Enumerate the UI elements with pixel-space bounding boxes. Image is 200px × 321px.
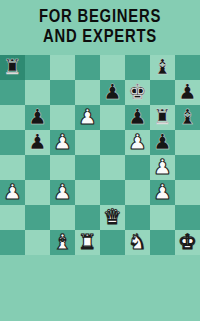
- piece-black-bishop: ♝: [178, 105, 197, 130]
- piece-white-pawn: ♟: [153, 155, 172, 180]
- square-b7[interactable]: [25, 80, 50, 105]
- square-f2[interactable]: [125, 205, 150, 230]
- piece-white-pawn: ♟: [153, 180, 172, 205]
- square-c5[interactable]: ♟: [50, 130, 75, 155]
- square-e6[interactable]: [100, 105, 125, 130]
- square-g4[interactable]: ♟: [150, 155, 175, 180]
- piece-white-pawn: ♟: [3, 180, 22, 205]
- piece-black-rook: ♜: [153, 105, 172, 130]
- piece-white-knight: ♞: [128, 230, 147, 255]
- piece-black-pawn: ♟: [28, 130, 47, 155]
- square-f4[interactable]: [125, 155, 150, 180]
- square-h1[interactable]: ♚: [175, 230, 200, 255]
- square-a1[interactable]: [0, 230, 25, 255]
- square-c6[interactable]: [50, 105, 75, 130]
- square-a5[interactable]: [0, 130, 25, 155]
- title-line-2: AND EXPERTS: [22, 26, 178, 46]
- piece-white-pawn: ♟: [53, 130, 72, 155]
- square-e4[interactable]: [100, 155, 125, 180]
- square-g3[interactable]: ♟: [150, 180, 175, 205]
- piece-white-king: ♚: [178, 230, 197, 255]
- square-h2[interactable]: [175, 205, 200, 230]
- square-e3[interactable]: [100, 180, 125, 205]
- square-b6[interactable]: ♟: [25, 105, 50, 130]
- square-c1[interactable]: ♝: [50, 230, 75, 255]
- piece-white-rook: ♜: [78, 230, 97, 255]
- square-h6[interactable]: ♝: [175, 105, 200, 130]
- square-d6[interactable]: ♟: [75, 105, 100, 130]
- square-f1[interactable]: ♞: [125, 230, 150, 255]
- piece-black-pawn: ♟: [153, 130, 172, 155]
- square-d2[interactable]: [75, 205, 100, 230]
- square-e5[interactable]: [100, 130, 125, 155]
- square-c8[interactable]: [50, 55, 75, 80]
- piece-black-rook: ♜: [3, 55, 22, 80]
- square-b5[interactable]: ♟: [25, 130, 50, 155]
- square-b8[interactable]: [25, 55, 50, 80]
- square-a2[interactable]: [0, 205, 25, 230]
- square-a6[interactable]: [0, 105, 25, 130]
- square-h4[interactable]: [175, 155, 200, 180]
- piece-black-pawn: ♟: [128, 105, 147, 130]
- piece-black-bishop: ♝: [153, 55, 172, 80]
- piece-black-king: ♚: [128, 80, 147, 105]
- piece-white-pawn: ♟: [128, 130, 147, 155]
- square-c7[interactable]: [50, 80, 75, 105]
- square-f6[interactable]: ♟: [125, 105, 150, 130]
- square-b3[interactable]: [25, 180, 50, 205]
- square-d8[interactable]: [75, 55, 100, 80]
- square-c4[interactable]: [50, 155, 75, 180]
- piece-white-queen: ♛: [103, 205, 122, 230]
- square-e7[interactable]: ♟: [100, 80, 125, 105]
- square-g6[interactable]: ♜: [150, 105, 175, 130]
- square-f3[interactable]: [125, 180, 150, 205]
- square-d4[interactable]: [75, 155, 100, 180]
- piece-black-pawn: ♟: [103, 80, 122, 105]
- square-a3[interactable]: ♟: [0, 180, 25, 205]
- square-c2[interactable]: [50, 205, 75, 230]
- square-g5[interactable]: ♟: [150, 130, 175, 155]
- square-f5[interactable]: ♟: [125, 130, 150, 155]
- piece-black-pawn: ♟: [28, 105, 47, 130]
- square-d3[interactable]: [75, 180, 100, 205]
- chess-board: ♜♝♟♚♟♟♟♟♜♝♟♟♟♟♟♟♟♟♛♝♜♞♚: [0, 55, 200, 255]
- square-a8[interactable]: ♜: [0, 55, 25, 80]
- square-f8[interactable]: [125, 55, 150, 80]
- square-h7[interactable]: ♟: [175, 80, 200, 105]
- square-g2[interactable]: [150, 205, 175, 230]
- piece-white-pawn: ♟: [78, 105, 97, 130]
- square-a7[interactable]: [0, 80, 25, 105]
- square-b1[interactable]: [25, 230, 50, 255]
- square-d5[interactable]: [75, 130, 100, 155]
- app-title: FOR BEGINERS AND EXPERTS: [0, 6, 200, 46]
- square-g1[interactable]: [150, 230, 175, 255]
- piece-white-bishop: ♝: [53, 230, 72, 255]
- square-e1[interactable]: [100, 230, 125, 255]
- square-d1[interactable]: ♜: [75, 230, 100, 255]
- square-g8[interactable]: ♝: [150, 55, 175, 80]
- piece-black-pawn: ♟: [178, 80, 197, 105]
- square-c3[interactable]: ♟: [50, 180, 75, 205]
- title-line-1: FOR BEGINERS: [22, 6, 178, 26]
- square-g7[interactable]: [150, 80, 175, 105]
- piece-white-pawn: ♟: [53, 180, 72, 205]
- square-h3[interactable]: [175, 180, 200, 205]
- square-h8[interactable]: [175, 55, 200, 80]
- square-h5[interactable]: [175, 130, 200, 155]
- square-e8[interactable]: [100, 55, 125, 80]
- square-a4[interactable]: [0, 155, 25, 180]
- square-b2[interactable]: [25, 205, 50, 230]
- square-b4[interactable]: [25, 155, 50, 180]
- square-f7[interactable]: ♚: [125, 80, 150, 105]
- square-d7[interactable]: [75, 80, 100, 105]
- square-e2[interactable]: ♛: [100, 205, 125, 230]
